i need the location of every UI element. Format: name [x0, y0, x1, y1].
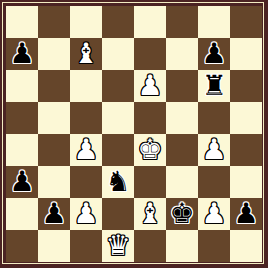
- square-e8[interactable]: [134, 6, 166, 38]
- square-b1[interactable]: [38, 230, 70, 262]
- square-b8[interactable]: [38, 6, 70, 38]
- square-c4[interactable]: ♟: [70, 134, 102, 166]
- square-c3[interactable]: [70, 166, 102, 198]
- square-h1[interactable]: [230, 230, 262, 262]
- square-a6[interactable]: [6, 70, 38, 102]
- square-e1[interactable]: [134, 230, 166, 262]
- square-d4[interactable]: [102, 134, 134, 166]
- square-b7[interactable]: [38, 38, 70, 70]
- square-b6[interactable]: [38, 70, 70, 102]
- square-h3[interactable]: [230, 166, 262, 198]
- square-d8[interactable]: [102, 6, 134, 38]
- square-e2[interactable]: ♝: [134, 198, 166, 230]
- square-c5[interactable]: [70, 102, 102, 134]
- square-f1[interactable]: [166, 230, 198, 262]
- square-c2[interactable]: ♟: [70, 198, 102, 230]
- square-f8[interactable]: [166, 6, 198, 38]
- square-b4[interactable]: [38, 134, 70, 166]
- square-c8[interactable]: [70, 6, 102, 38]
- board-frame: ♟♝♟♟♜♟♚♟♟♞♟♟♝♚♟♟♛: [0, 0, 268, 268]
- square-h7[interactable]: [230, 38, 262, 70]
- square-g1[interactable]: [198, 230, 230, 262]
- square-d6[interactable]: [102, 70, 134, 102]
- white-bishop[interactable]: ♝: [137, 198, 162, 230]
- square-e5[interactable]: [134, 102, 166, 134]
- white-queen[interactable]: ♛: [105, 230, 130, 262]
- square-a8[interactable]: [6, 6, 38, 38]
- square-h6[interactable]: [230, 70, 262, 102]
- square-e6[interactable]: ♟: [134, 70, 166, 102]
- black-king[interactable]: ♚: [169, 198, 194, 230]
- square-f7[interactable]: [166, 38, 198, 70]
- square-f5[interactable]: [166, 102, 198, 134]
- chess-board: ♟♝♟♟♜♟♚♟♟♞♟♟♝♚♟♟♛: [6, 6, 262, 262]
- square-h4[interactable]: [230, 134, 262, 166]
- square-a3[interactable]: ♟: [6, 166, 38, 198]
- square-d2[interactable]: [102, 198, 134, 230]
- square-g8[interactable]: [198, 6, 230, 38]
- square-d5[interactable]: [102, 102, 134, 134]
- black-pawn[interactable]: ♟: [201, 38, 226, 70]
- white-bishop[interactable]: ♝: [73, 38, 98, 70]
- square-g3[interactable]: [198, 166, 230, 198]
- black-pawn[interactable]: ♟: [41, 198, 66, 230]
- square-c1[interactable]: [70, 230, 102, 262]
- black-pawn[interactable]: ♟: [9, 38, 34, 70]
- square-g5[interactable]: [198, 102, 230, 134]
- square-b3[interactable]: [38, 166, 70, 198]
- square-a7[interactable]: ♟: [6, 38, 38, 70]
- white-pawn[interactable]: ♟: [73, 198, 98, 230]
- black-pawn[interactable]: ♟: [9, 166, 34, 198]
- black-knight[interactable]: ♞: [105, 166, 130, 198]
- square-f6[interactable]: [166, 70, 198, 102]
- black-rook[interactable]: ♜: [201, 70, 226, 102]
- square-h5[interactable]: [230, 102, 262, 134]
- square-f4[interactable]: [166, 134, 198, 166]
- square-d1[interactable]: ♛: [102, 230, 134, 262]
- square-a4[interactable]: [6, 134, 38, 166]
- square-e4[interactable]: ♚: [134, 134, 166, 166]
- square-f3[interactable]: [166, 166, 198, 198]
- square-a1[interactable]: [6, 230, 38, 262]
- white-king[interactable]: ♚: [137, 134, 162, 166]
- square-g2[interactable]: ♟: [198, 198, 230, 230]
- white-pawn[interactable]: ♟: [201, 198, 226, 230]
- square-f2[interactable]: ♚: [166, 198, 198, 230]
- square-d7[interactable]: [102, 38, 134, 70]
- square-h2[interactable]: ♟: [230, 198, 262, 230]
- white-pawn[interactable]: ♟: [201, 134, 226, 166]
- square-a2[interactable]: [6, 198, 38, 230]
- black-pawn[interactable]: ♟: [233, 198, 258, 230]
- square-g4[interactable]: ♟: [198, 134, 230, 166]
- square-c6[interactable]: [70, 70, 102, 102]
- square-d3[interactable]: ♞: [102, 166, 134, 198]
- square-h8[interactable]: [230, 6, 262, 38]
- square-b5[interactable]: [38, 102, 70, 134]
- white-pawn[interactable]: ♟: [73, 134, 98, 166]
- square-e7[interactable]: [134, 38, 166, 70]
- white-pawn[interactable]: ♟: [137, 70, 162, 102]
- square-c7[interactable]: ♝: [70, 38, 102, 70]
- square-b2[interactable]: ♟: [38, 198, 70, 230]
- square-g6[interactable]: ♜: [198, 70, 230, 102]
- square-e3[interactable]: [134, 166, 166, 198]
- square-a5[interactable]: [6, 102, 38, 134]
- square-g7[interactable]: ♟: [198, 38, 230, 70]
